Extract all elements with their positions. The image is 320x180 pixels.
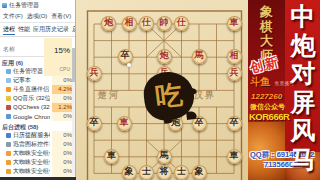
process-name: Google Chrome bbox=[13, 114, 50, 120]
last-move-marker bbox=[127, 63, 131, 67]
xiangqi-piece[interactable]: 卒 bbox=[118, 49, 133, 64]
process-icon bbox=[6, 114, 11, 119]
xiangqi-piece[interactable]: 卒 bbox=[227, 116, 242, 131]
piece-character: 兵 bbox=[90, 66, 99, 79]
xiangqi-piece[interactable]: 相 bbox=[122, 16, 137, 31]
xiangqi-piece[interactable]: 馬 bbox=[157, 149, 172, 164]
piece-character: 相 bbox=[125, 16, 134, 29]
cpu-column-header[interactable]: 15% CPU bbox=[44, 38, 72, 76]
name-column-header[interactable]: 名称 bbox=[3, 45, 15, 54]
scrollbar[interactable] bbox=[72, 48, 75, 176]
piece-character: 炮 bbox=[104, 16, 113, 29]
title-char: 屏 bbox=[291, 89, 316, 118]
piece-character: 卒 bbox=[195, 116, 204, 129]
process-row[interactable]: 日历提醒服务组...0% bbox=[0, 131, 75, 140]
xiangqi-piece[interactable]: 車 bbox=[117, 116, 132, 131]
process-row[interactable]: QQ音乐 (32位)0% bbox=[0, 94, 75, 103]
process-name: 记事本 bbox=[13, 76, 50, 85]
title-char: 马 bbox=[291, 146, 316, 175]
title-char: 中 bbox=[291, 3, 316, 32]
tab-2[interactable]: 应用历史记录 bbox=[33, 25, 69, 35]
process-row[interactable]: 斗鱼直播伴侣 (3...4.2% bbox=[0, 85, 75, 94]
menu-item[interactable]: 选项(O) bbox=[27, 12, 48, 21]
process-icon bbox=[6, 96, 11, 101]
piece-character: 相 bbox=[230, 49, 239, 62]
douyu-logo-text: 斗鱼 bbox=[250, 76, 270, 87]
column-header-row[interactable]: 名称 15% CPU bbox=[0, 37, 75, 57]
title-char: 炮 bbox=[291, 32, 316, 61]
process-icon bbox=[6, 160, 11, 165]
promo-banner: 象棋大师 创新 斗鱼 鱼直播号 1227260 微信公众号 KOR666R QQ… bbox=[248, 0, 320, 180]
process-cpu: 1.2% bbox=[52, 103, 72, 112]
cpu-column-label: CPU bbox=[59, 66, 70, 72]
river-label-left: 楚河 bbox=[98, 89, 120, 102]
process-name: QQChess (32位) bbox=[13, 103, 50, 112]
xiangqi-piece[interactable]: 士 bbox=[174, 165, 189, 180]
process-cpu: 4.2% bbox=[52, 85, 72, 94]
piece-character: 象 bbox=[125, 165, 134, 178]
piece-character: 馬 bbox=[160, 149, 169, 162]
process-name: 斗鱼直播伴侣 (3... bbox=[13, 85, 50, 94]
menu-bar: 文件(F)选项(O)查看(V) bbox=[0, 11, 75, 23]
xiangqi-piece[interactable]: 兵 bbox=[227, 66, 242, 81]
tab-strip: 进程性能应用历史记录启动用户详细信息 bbox=[0, 23, 75, 37]
xiangqi-piece[interactable]: 車 bbox=[104, 149, 119, 164]
tab-3[interactable]: 启动 bbox=[72, 25, 75, 35]
process-icon bbox=[6, 151, 11, 156]
process-icon bbox=[6, 69, 11, 74]
xiangqi-piece[interactable]: 炮 bbox=[157, 49, 172, 64]
xiangqi-piece[interactable]: 象 bbox=[122, 165, 137, 180]
brand-char: 象 bbox=[260, 5, 273, 20]
menu-item[interactable]: 查看(V) bbox=[51, 12, 71, 21]
process-cpu: 0% bbox=[52, 167, 72, 176]
xiangqi-piece[interactable]: 士 bbox=[139, 165, 154, 180]
process-name: QQ音乐 (32位) bbox=[13, 94, 50, 103]
piece-character: 馬 bbox=[195, 49, 204, 62]
process-icon bbox=[6, 169, 11, 174]
piece-character: 仕 bbox=[177, 16, 186, 29]
piece-character: 炮 bbox=[160, 49, 169, 62]
piece-character: 車 bbox=[120, 116, 129, 129]
section-header[interactable]: 后台进程 (58) bbox=[0, 121, 75, 131]
process-cpu: 0% bbox=[52, 94, 72, 103]
title-char: 对 bbox=[291, 60, 316, 89]
process-row[interactable]: 记事本0% bbox=[0, 76, 75, 85]
piece-character: 仕 bbox=[142, 16, 151, 29]
brand-char: 棋 bbox=[260, 20, 273, 35]
xiangqi-piece[interactable]: 卒 bbox=[192, 116, 207, 131]
process-row[interactable]: 迅雷图标控件服...0% bbox=[0, 140, 75, 149]
process-name: 大蜘蛛安全组件... bbox=[13, 167, 50, 176]
process-icon bbox=[6, 133, 11, 138]
piece-character: 帥 bbox=[160, 16, 169, 29]
process-icon bbox=[6, 105, 11, 110]
river-label-right: 汉界 bbox=[194, 89, 216, 102]
xiangqi-piece[interactable]: 炮 bbox=[101, 16, 116, 31]
piece-character: 車 bbox=[230, 149, 239, 162]
xiangqi-piece[interactable]: 相 bbox=[227, 49, 242, 64]
cpu-total-percent: 15% bbox=[54, 46, 70, 55]
process-cpu: 0% bbox=[52, 149, 72, 158]
process-cpu: 0% bbox=[52, 140, 72, 149]
process-name: 日历提醒服务组... bbox=[13, 131, 50, 140]
wechat-id: KOR666R bbox=[249, 111, 289, 122]
brand-char: 大 bbox=[260, 34, 273, 49]
xiangqi-piece[interactable]: 車 bbox=[227, 16, 242, 31]
tab-1[interactable]: 性能 bbox=[18, 25, 30, 35]
xiangqi-piece[interactable]: 仕 bbox=[139, 16, 154, 31]
xiangqi-piece[interactable]: 車 bbox=[227, 149, 242, 164]
capture-stamp-text: 吃 bbox=[153, 76, 184, 115]
process-icon bbox=[6, 78, 11, 83]
xiangqi-piece[interactable]: 仕 bbox=[174, 16, 189, 31]
process-name: 大蜘蛛安全组件... bbox=[13, 158, 50, 167]
title-char: 风 bbox=[291, 117, 316, 146]
room-id: 1227260 bbox=[251, 92, 282, 101]
process-row[interactable]: Google Chrome0% bbox=[0, 112, 75, 121]
menu-item[interactable]: 文件(F) bbox=[3, 12, 23, 21]
piece-character: 卒 bbox=[121, 49, 130, 62]
process-icon bbox=[6, 87, 11, 92]
piece-character: 将 bbox=[160, 165, 169, 178]
scrollbar-thumb[interactable] bbox=[72, 48, 75, 82]
window-title: 任务管理器 bbox=[9, 1, 39, 10]
task-manager-icon bbox=[2, 3, 7, 8]
xiangqi-piece[interactable]: 将 bbox=[157, 165, 172, 180]
piece-character: 卒 bbox=[90, 116, 99, 129]
piece-character: 士 bbox=[177, 165, 186, 178]
window-titlebar[interactable]: 任务管理器 bbox=[0, 0, 75, 11]
xiangqi-piece[interactable]: 馬 bbox=[192, 49, 207, 64]
process-name: 迅雷图标控件服... bbox=[13, 140, 50, 149]
piece-character: 兵 bbox=[230, 66, 239, 79]
piece-character: 士 bbox=[142, 165, 151, 178]
xiangqi-piece[interactable]: 帥 bbox=[157, 16, 172, 31]
xiangqi-piece[interactable]: 兵 bbox=[87, 66, 102, 81]
process-row[interactable]: 大蜘蛛安全组件...0% bbox=[0, 158, 75, 167]
process-cpu: 0% bbox=[52, 112, 72, 121]
xiangqi-piece[interactable]: 象 bbox=[192, 165, 207, 180]
process-row[interactable]: QQChess (32位)1.2% bbox=[0, 103, 75, 112]
piece-character: 象 bbox=[195, 165, 204, 178]
process-name: 大蜘蛛安全组件... bbox=[13, 149, 50, 158]
piece-character: 車 bbox=[107, 149, 116, 162]
xiangqi-piece[interactable]: 卒 bbox=[87, 116, 102, 131]
process-row[interactable]: 大蜘蛛安全组件...0% bbox=[0, 149, 75, 158]
piece-character: 車 bbox=[230, 16, 239, 29]
process-row[interactable]: 大蜘蛛安全组件...0% bbox=[0, 167, 75, 176]
process-cpu: 0% bbox=[52, 158, 72, 167]
process-icon bbox=[6, 142, 11, 147]
process-cpu: 0% bbox=[52, 76, 72, 85]
window-bottom-edge bbox=[0, 177, 76, 180]
stream-title-vertical: 中炮对屏风马 bbox=[287, 3, 319, 174]
tab-0[interactable]: 进程 bbox=[3, 25, 15, 35]
task-manager-window: 任务管理器 文件(F)选项(O)查看(V) 进程性能应用历史记录启动用户详细信息… bbox=[0, 0, 76, 180]
piece-character: 卒 bbox=[230, 116, 239, 129]
stream-frame: 任务管理器 文件(F)选项(O)查看(V) 进程性能应用历史记录启动用户详细信息… bbox=[0, 0, 320, 180]
xiangqi-board[interactable]: 楚河 汉界 炮相仕帥仕車卒炮馬相兵兵兵卒車炮卒卒車馬車象士将士象 吃 bbox=[76, 0, 250, 180]
process-cpu: 0% bbox=[52, 131, 72, 140]
